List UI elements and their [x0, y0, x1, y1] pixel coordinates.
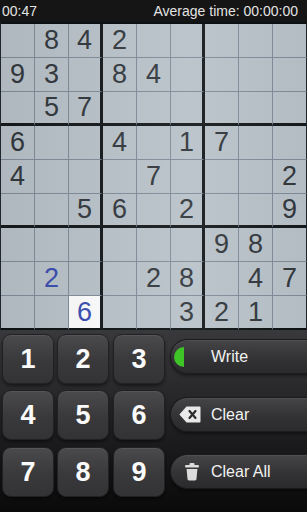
numkey-8[interactable]: 8: [57, 447, 109, 497]
cell-r9c2[interactable]: [35, 296, 69, 330]
cell-r7c5[interactable]: [137, 228, 171, 262]
cell-r8c5[interactable]: 2: [137, 262, 171, 296]
cell-r5c5[interactable]: 7: [137, 160, 171, 194]
cell-r8c4[interactable]: [103, 262, 137, 296]
cell-r5c8[interactable]: [239, 160, 273, 194]
cell-r6c5[interactable]: [137, 194, 171, 228]
cell-r9c9[interactable]: [273, 296, 307, 330]
cell-r1c3[interactable]: 4: [69, 24, 103, 58]
cell-r7c6[interactable]: [171, 228, 205, 262]
clear-all-label: Clear All: [211, 463, 271, 481]
cell-r6c1[interactable]: [1, 194, 35, 228]
cell-r6c8[interactable]: [239, 194, 273, 228]
cell-r8c9[interactable]: 7: [273, 262, 307, 296]
cell-r3c3[interactable]: 7: [69, 92, 103, 126]
cell-r9c8[interactable]: 1: [239, 296, 273, 330]
cell-r1c7[interactable]: [205, 24, 239, 58]
timer: 00:47: [2, 3, 37, 19]
cell-r6c3[interactable]: 5: [69, 194, 103, 228]
cell-r2c6[interactable]: [171, 58, 205, 92]
cell-r4c5[interactable]: [137, 126, 171, 160]
cell-r1c8[interactable]: [239, 24, 273, 58]
cell-r6c7[interactable]: [205, 194, 239, 228]
cell-r9c7[interactable]: 2: [205, 296, 239, 330]
cell-r8c6[interactable]: 8: [171, 262, 205, 296]
write-button[interactable]: Write: [170, 339, 307, 374]
cell-r5c9[interactable]: 2: [273, 160, 307, 194]
backspace-icon: [179, 406, 201, 423]
write-label: Write: [211, 348, 248, 366]
cell-r2c4[interactable]: 8: [103, 58, 137, 92]
cell-r2c8[interactable]: [239, 58, 273, 92]
cell-r2c9[interactable]: [273, 58, 307, 92]
keypad-panel: Write Clear Clear All 123456789: [0, 330, 307, 512]
cell-r5c3[interactable]: [69, 160, 103, 194]
cell-r6c6[interactable]: 2: [171, 194, 205, 228]
cell-r8c3[interactable]: [69, 262, 103, 296]
cell-r6c4[interactable]: 6: [103, 194, 137, 228]
cell-r6c9[interactable]: 9: [273, 194, 307, 228]
numkey-3[interactable]: 3: [113, 334, 165, 384]
cell-r4c6[interactable]: 1: [171, 126, 205, 160]
cell-r7c4[interactable]: [103, 228, 137, 262]
cell-r1c4[interactable]: 2: [103, 24, 137, 58]
cell-r9c1[interactable]: [1, 296, 35, 330]
clear-all-button[interactable]: Clear All: [170, 454, 307, 489]
cell-r3c1[interactable]: [1, 92, 35, 126]
cell-r4c1[interactable]: 6: [1, 126, 35, 160]
cell-r9c6[interactable]: 3: [171, 296, 205, 330]
cell-r2c2[interactable]: 3: [35, 58, 69, 92]
cell-r8c8[interactable]: 4: [239, 262, 273, 296]
cell-r3c2[interactable]: 5: [35, 92, 69, 126]
cell-r2c3[interactable]: [69, 58, 103, 92]
clear-button[interactable]: Clear: [170, 397, 307, 432]
cell-r7c9[interactable]: [273, 228, 307, 262]
cell-r2c5[interactable]: 4: [137, 58, 171, 92]
numkey-6[interactable]: 6: [113, 390, 165, 440]
cell-r7c3[interactable]: [69, 228, 103, 262]
cell-r4c7[interactable]: 7: [205, 126, 239, 160]
cell-r1c1[interactable]: [1, 24, 35, 58]
cell-r5c4[interactable]: [103, 160, 137, 194]
average-time: Average time: 00:00:00: [153, 3, 298, 19]
cell-r8c2[interactable]: 2: [35, 262, 69, 296]
cell-r5c6[interactable]: [171, 160, 205, 194]
cell-r5c2[interactable]: [35, 160, 69, 194]
cell-r1c9[interactable]: [273, 24, 307, 58]
cell-r3c4[interactable]: [103, 92, 137, 126]
cell-r1c2[interactable]: 8: [35, 24, 69, 58]
cell-r4c8[interactable]: [239, 126, 273, 160]
trash-icon: [185, 463, 199, 481]
cell-r7c2[interactable]: [35, 228, 69, 262]
cell-r9c3[interactable]: 6: [69, 296, 103, 330]
cell-r3c6[interactable]: [171, 92, 205, 126]
cell-r4c2[interactable]: [35, 126, 69, 160]
cell-r2c7[interactable]: [205, 58, 239, 92]
cell-r6c2[interactable]: [35, 194, 69, 228]
cell-r4c3[interactable]: [69, 126, 103, 160]
sudoku-app: 00:47 Average time: 00:00:00 84293845764…: [0, 0, 307, 512]
cell-r3c5[interactable]: [137, 92, 171, 126]
cell-r9c4[interactable]: [103, 296, 137, 330]
sudoku-board: 8429384576417472562998228476321: [0, 22, 307, 330]
cell-r7c7[interactable]: 9: [205, 228, 239, 262]
cell-r3c8[interactable]: [239, 92, 273, 126]
numkey-5[interactable]: 5: [57, 390, 109, 440]
cell-r1c5[interactable]: [137, 24, 171, 58]
numkey-9[interactable]: 9: [113, 447, 165, 497]
numkey-2[interactable]: 2: [57, 334, 109, 384]
numkey-4[interactable]: 4: [2, 390, 54, 440]
cell-r4c9[interactable]: [273, 126, 307, 160]
cell-r7c1[interactable]: [1, 228, 35, 262]
cell-r4c4[interactable]: 4: [103, 126, 137, 160]
status-bar: 00:47 Average time: 00:00:00: [0, 0, 307, 22]
cell-r2c1[interactable]: 9: [1, 58, 35, 92]
cell-r1c6[interactable]: [171, 24, 205, 58]
clear-label: Clear: [211, 406, 249, 424]
numkey-7[interactable]: 7: [2, 447, 54, 497]
numkey-1[interactable]: 1: [2, 334, 54, 384]
cell-r3c7[interactable]: [205, 92, 239, 126]
cell-r5c1[interactable]: 4: [1, 160, 35, 194]
cell-r7c8[interactable]: 8: [239, 228, 273, 262]
green-indicator-icon: [174, 347, 184, 367]
cell-r8c1[interactable]: [1, 262, 35, 296]
cell-r3c9[interactable]: [273, 92, 307, 126]
cell-r8c7[interactable]: [205, 262, 239, 296]
cell-r9c5[interactable]: [137, 296, 171, 330]
cell-r5c7[interactable]: [205, 160, 239, 194]
